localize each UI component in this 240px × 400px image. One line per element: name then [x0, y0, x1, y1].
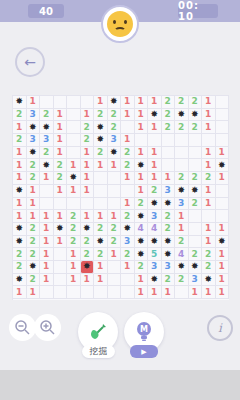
cell-r3c12[interactable]: 2 [162, 121, 176, 134]
cell-r15c13[interactable]: 2 [175, 274, 189, 287]
cell-r12c10[interactable]: ✸ [135, 236, 149, 249]
mine-icon: ✸ [164, 237, 172, 246]
cell-r14c3[interactable]: 1 [40, 261, 54, 274]
cell-r10c7[interactable]: 1 [94, 210, 108, 223]
cell-r4c6[interactable]: 2 [81, 134, 95, 147]
cell-r7c3[interactable]: 1 [40, 172, 54, 185]
cell-r11c1[interactable]: ✸ [13, 223, 27, 236]
cell-r3c10[interactable]: 1 [135, 121, 149, 134]
cell-r14c2[interactable]: ✸ [27, 261, 41, 274]
back-button[interactable]: ← [15, 47, 45, 77]
cell-r12c13[interactable]: 2 [175, 236, 189, 249]
cell-r5c10[interactable]: 1 [135, 147, 149, 160]
cell-r9c15[interactable]: 1 [202, 198, 216, 211]
cell-r16c10[interactable]: 1 [135, 286, 149, 299]
cell-r9c9[interactable]: 1 [121, 198, 135, 211]
mine-icon: ✸ [42, 161, 50, 170]
cell-r6c14[interactable] [189, 159, 203, 172]
cell-r9c16[interactable] [216, 198, 230, 211]
cell-r2c14[interactable]: ✸ [189, 109, 203, 122]
cell-r15c10[interactable]: 1 [135, 274, 149, 287]
cell-r7c4[interactable]: 2 [54, 172, 68, 185]
cell-r1c13[interactable]: 2 [175, 96, 189, 109]
cell-r2c7[interactable]: 2 [94, 109, 108, 122]
cell-r8c6[interactable]: 1 [81, 185, 95, 198]
mine-icon: ✸ [137, 250, 145, 259]
cell-r11c16[interactable]: 1 [216, 223, 230, 236]
cell-r15c6[interactable]: 1 [81, 274, 95, 287]
cell-r10c14[interactable] [189, 210, 203, 223]
cell-r6c2[interactable]: 2 [27, 159, 41, 172]
cell-r10c1[interactable]: 1 [13, 210, 27, 223]
cell-r10c2[interactable]: 1 [27, 210, 41, 223]
cell-r10c10[interactable]: ✸ [135, 210, 149, 223]
back-arrow-icon: ← [24, 54, 36, 70]
cell-r9c6[interactable] [81, 198, 95, 211]
cell-r4c2[interactable]: 3 [27, 134, 41, 147]
dig-label: 挖掘 [90, 345, 108, 358]
timer-badge: 00: 10 [178, 4, 218, 18]
cell-r9c12[interactable]: ✸ [162, 198, 176, 211]
cell-r3c15[interactable]: 1 [202, 121, 216, 134]
cell-r3c13[interactable]: 2 [175, 121, 189, 134]
cell-r7c11[interactable]: 1 [148, 172, 162, 185]
dig-label-pill: 挖掘 [82, 345, 115, 358]
cell-r2c12[interactable]: 2 [162, 109, 176, 122]
cell-r10c3[interactable]: 1 [40, 210, 54, 223]
cell-r13c10[interactable]: ✸ [135, 248, 149, 261]
cell-r1c11[interactable]: 1 [148, 96, 162, 109]
cell-r15c3[interactable]: 1 [40, 274, 54, 287]
cell-r8c15[interactable]: 1 [202, 185, 216, 198]
cell-r3c7[interactable]: ✸ [94, 121, 108, 134]
cell-r2c6[interactable]: 1 [81, 109, 95, 122]
cell-r15c1[interactable]: ✸ [13, 274, 27, 287]
mine-icon: ✸ [150, 237, 158, 246]
zoom-out-icon [14, 319, 31, 336]
cell-r7c14[interactable]: 2 [189, 172, 203, 185]
cell-r2c15[interactable]: 1 [202, 109, 216, 122]
cell-r11c10[interactable]: 4 [135, 223, 149, 236]
cell-r12c16[interactable]: ✸ [216, 236, 230, 249]
cell-r14c16[interactable]: 1 [216, 261, 230, 274]
mine-icon: ✸ [15, 224, 23, 233]
cell-r16c9[interactable] [121, 286, 135, 299]
cell-r11c8[interactable]: 2 [108, 223, 122, 236]
mine-icon: ✸ [96, 123, 104, 132]
mine-counter-badge: 40 [28, 4, 64, 18]
cell-r11c12[interactable]: 2 [162, 223, 176, 236]
cell-r1c1[interactable]: ✸ [13, 96, 27, 109]
timer-value: 00: 10 [178, 0, 218, 22]
cell-r3c8[interactable]: 2 [108, 121, 122, 134]
cell-r15c14[interactable]: 3 [189, 274, 203, 287]
cell-r3c5[interactable] [67, 121, 81, 134]
cell-r6c10[interactable]: ✸ [135, 159, 149, 172]
mine-icon: ✸ [110, 148, 118, 157]
cell-r3c14[interactable]: 2 [189, 121, 203, 134]
cell-r4c3[interactable]: 3 [40, 134, 54, 147]
cell-r1c5[interactable] [67, 96, 81, 109]
cell-r14c12[interactable]: 3 [162, 261, 176, 274]
zoom-in-button[interactable] [34, 314, 61, 341]
cell-r4c15[interactable] [202, 134, 216, 147]
cell-r14c7[interactable]: 1 [94, 261, 108, 274]
cell-r2c8[interactable]: 2 [108, 109, 122, 122]
cell-r12c2[interactable]: 2 [27, 236, 41, 249]
cell-r16c2[interactable]: 1 [27, 286, 41, 299]
cell-r12c8[interactable]: 2 [108, 236, 122, 249]
cell-r12c7[interactable]: ✸ [94, 236, 108, 249]
mine-icon: ✸ [83, 262, 91, 271]
cell-r7c13[interactable]: 2 [175, 172, 189, 185]
face-eye-left [113, 20, 116, 24]
cell-r7c2[interactable]: 2 [27, 172, 41, 185]
cell-r16c11[interactable]: 1 [148, 286, 162, 299]
cell-r2c9[interactable]: 1 [121, 109, 135, 122]
cell-r1c14[interactable]: 2 [189, 96, 203, 109]
cell-r6c15[interactable]: 1 [202, 159, 216, 172]
cell-r9c4[interactable] [54, 198, 68, 211]
cell-r15c15[interactable]: ✸ [202, 274, 216, 287]
cell-r11c6[interactable]: ✸ [81, 223, 95, 236]
cell-r1c7[interactable]: 1 [94, 96, 108, 109]
cell-r16c6[interactable] [81, 286, 95, 299]
cell-r14c4[interactable] [54, 261, 68, 274]
cell-r2c5[interactable] [67, 109, 81, 122]
cell-r11c2[interactable]: 2 [27, 223, 41, 236]
mine-icon: ✸ [29, 123, 37, 132]
cell-r5c1[interactable]: 1 [13, 147, 27, 160]
cell-r8c8[interactable] [108, 185, 122, 198]
cell-r13c1[interactable]: 2 [13, 248, 27, 261]
cell-r1c16[interactable] [216, 96, 230, 109]
cell-r9c13[interactable]: 3 [175, 198, 189, 211]
cell-r16c15[interactable]: 1 [202, 286, 216, 299]
cell-r5c16[interactable]: 1 [216, 147, 230, 160]
cell-r16c12[interactable]: 1 [162, 286, 176, 299]
cell-r4c5[interactable] [67, 134, 81, 147]
cell-r13c5[interactable]: 1 [67, 248, 81, 261]
cell-r6c4[interactable]: 2 [54, 159, 68, 172]
cell-r7c10[interactable]: 1 [135, 172, 149, 185]
cell-r4c4[interactable]: 1 [54, 134, 68, 147]
mine-icon: ✸ [150, 275, 158, 284]
cell-r16c7[interactable] [94, 286, 108, 299]
cell-r15c9[interactable] [121, 274, 135, 287]
mine-icon: ✸ [69, 173, 77, 182]
cell-r11c15[interactable]: 1 [202, 223, 216, 236]
cell-r13c9[interactable]: 2 [121, 248, 135, 261]
cell-r8c16[interactable] [216, 185, 230, 198]
hint-bulb-icon: M [132, 320, 156, 344]
cell-r12c5[interactable]: 2 [67, 236, 81, 249]
cell-r9c7[interactable] [94, 198, 108, 211]
cell-r1c3[interactable] [40, 96, 54, 109]
cell-r11c5[interactable]: 2 [67, 223, 81, 236]
cell-r4c16[interactable] [216, 134, 230, 147]
cell-r10c16[interactable] [216, 210, 230, 223]
cell-r6c6[interactable]: 1 [81, 159, 95, 172]
mine-icon: ✸ [15, 97, 23, 106]
cell-r9c1[interactable]: 1 [13, 198, 27, 211]
cell-r6c1[interactable]: 1 [13, 159, 27, 172]
cell-r1c4[interactable] [54, 96, 68, 109]
info-button[interactable]: i [207, 315, 233, 341]
cell-r7c16[interactable]: 1 [216, 172, 230, 185]
cell-r2c4[interactable]: 1 [54, 109, 68, 122]
cell-r15c2[interactable]: 2 [27, 274, 41, 287]
cell-r14c5[interactable]: 1 [67, 261, 81, 274]
cell-r11c11[interactable]: 4 [148, 223, 162, 236]
cell-r11c3[interactable]: 1 [40, 223, 54, 236]
cell-r2c11[interactable]: ✸ [148, 109, 162, 122]
cell-r2c2[interactable]: 3 [27, 109, 41, 122]
cell-r4c14[interactable] [189, 134, 203, 147]
cell-r3c11[interactable]: 1 [148, 121, 162, 134]
cell-r8c13[interactable]: ✸ [175, 185, 189, 198]
cell-r1c15[interactable]: 1 [202, 96, 216, 109]
mine-icon: ✸ [137, 161, 145, 170]
cell-r12c9[interactable]: 3 [121, 236, 135, 249]
sad-face-icon [107, 11, 133, 37]
cell-r5c7[interactable]: 2 [94, 147, 108, 160]
cell-r11c9[interactable]: ✸ [121, 223, 135, 236]
cell-r3c4[interactable]: 1 [54, 121, 68, 134]
cell-r10c8[interactable]: 1 [108, 210, 122, 223]
cell-r15c7[interactable]: 1 [94, 274, 108, 287]
cell-r16c1[interactable]: 1 [13, 286, 27, 299]
cell-r10c13[interactable]: 1 [175, 210, 189, 223]
cell-r13c13[interactable]: 4 [175, 248, 189, 261]
shovel-icon [86, 320, 110, 344]
cell-r8c7[interactable] [94, 185, 108, 198]
mine-icon: ✸ [164, 199, 172, 208]
cell-r5c11[interactable]: 1 [148, 147, 162, 160]
cell-r9c11[interactable]: ✸ [148, 198, 162, 211]
cell-r14c8[interactable] [108, 261, 122, 274]
cell-r7c9[interactable]: 1 [121, 172, 135, 185]
cell-r16c16[interactable]: 1 [216, 286, 230, 299]
cell-r16c5[interactable] [67, 286, 81, 299]
cell-r9c2[interactable]: 1 [27, 198, 41, 211]
cell-r13c2[interactable]: 2 [27, 248, 41, 261]
mine-icon: ✸ [204, 275, 212, 284]
cell-r3c16[interactable] [216, 121, 230, 134]
cell-r12c6[interactable]: 2 [81, 236, 95, 249]
cell-r3c1[interactable]: 1 [13, 121, 27, 134]
cell-r5c3[interactable]: 2 [40, 147, 54, 160]
cell-r4c8[interactable]: 3 [108, 134, 122, 147]
cell-r12c1[interactable]: ✸ [13, 236, 27, 249]
cell-r4c10[interactable] [135, 134, 149, 147]
mine-icon: ✸ [177, 186, 185, 195]
zoom-in-icon [39, 319, 56, 336]
cell-r7c8[interactable] [108, 172, 122, 185]
face-eye-right [124, 20, 127, 24]
cell-r13c15[interactable]: 2 [202, 248, 216, 261]
cell-r1c8[interactable]: ✸ [108, 96, 122, 109]
cell-r15c4[interactable] [54, 274, 68, 287]
cell-r13c12[interactable]: ✸ [162, 248, 176, 261]
cell-r6c9[interactable]: 2 [121, 159, 135, 172]
cell-r13c7[interactable]: 2 [94, 248, 108, 261]
cell-r8c12[interactable]: 3 [162, 185, 176, 198]
cell-r1c10[interactable]: 1 [135, 96, 149, 109]
cell-r14c10[interactable]: 2 [135, 261, 149, 274]
cell-r14c6[interactable]: ✸ [81, 261, 95, 274]
cell-r13c8[interactable]: 1 [108, 248, 122, 261]
cell-r5c9[interactable]: 2 [121, 147, 135, 160]
cell-r16c4[interactable] [54, 286, 68, 299]
cell-r11c4[interactable]: ✸ [54, 223, 68, 236]
cell-r1c9[interactable]: 1 [121, 96, 135, 109]
cell-r11c14[interactable] [189, 223, 203, 236]
hint-ad-play-button[interactable]: ▶ [130, 345, 158, 358]
cell-r13c16[interactable]: 1 [216, 248, 230, 261]
mine-icon: ✸ [42, 123, 50, 132]
cell-r2c3[interactable]: 2 [40, 109, 54, 122]
cell-r8c1[interactable]: ✸ [13, 185, 27, 198]
cell-r14c11[interactable]: 3 [148, 261, 162, 274]
cell-r10c12[interactable]: 2 [162, 210, 176, 223]
cell-r5c15[interactable]: 1 [202, 147, 216, 160]
cell-r8c4[interactable]: 1 [54, 185, 68, 198]
cell-r8c2[interactable]: 1 [27, 185, 41, 198]
cell-r3c9[interactable] [121, 121, 135, 134]
cell-r14c9[interactable]: 1 [121, 261, 135, 274]
cell-r14c14[interactable]: ✸ [189, 261, 203, 274]
cell-r6c8[interactable]: 1 [108, 159, 122, 172]
cell-r7c12[interactable]: 1 [162, 172, 176, 185]
cell-r2c1[interactable]: 2 [13, 109, 27, 122]
cell-r1c12[interactable]: 2 [162, 96, 176, 109]
cell-r16c8[interactable] [108, 286, 122, 299]
cell-r5c4[interactable]: 1 [54, 147, 68, 160]
cell-r4c1[interactable]: 2 [13, 134, 27, 147]
mine-icon: ✸ [164, 250, 172, 259]
cell-r5c6[interactable]: 1 [81, 147, 95, 160]
cell-r3c6[interactable]: 2 [81, 121, 95, 134]
cell-r13c6[interactable]: 2 [81, 248, 95, 261]
cell-r12c3[interactable]: 1 [40, 236, 54, 249]
cell-r7c1[interactable]: 1 [13, 172, 27, 185]
cell-r10c6[interactable]: 1 [81, 210, 95, 223]
cell-r16c3[interactable] [40, 286, 54, 299]
cell-r7c6[interactable]: 1 [81, 172, 95, 185]
cell-r6c7[interactable]: 1 [94, 159, 108, 172]
cell-r6c5[interactable]: 1 [67, 159, 81, 172]
cell-r13c4[interactable] [54, 248, 68, 261]
cell-r4c12[interactable] [162, 134, 176, 147]
cell-r16c14[interactable]: 1 [189, 286, 203, 299]
cell-r3c3[interactable]: ✸ [40, 121, 54, 134]
cell-r12c12[interactable]: ✸ [162, 236, 176, 249]
mine-icon: ✸ [96, 237, 104, 246]
cell-r14c15[interactable]: 2 [202, 261, 216, 274]
cell-r15c11[interactable]: ✸ [148, 274, 162, 287]
cell-r9c5[interactable] [67, 198, 81, 211]
info-icon: i [218, 321, 222, 335]
cell-r6c3[interactable]: ✸ [40, 159, 54, 172]
cell-r5c5[interactable] [67, 147, 81, 160]
cell-r6c12[interactable] [162, 159, 176, 172]
cell-r2c10[interactable]: 1 [135, 109, 149, 122]
cell-r15c16[interactable]: 1 [216, 274, 230, 287]
mine-icon: ✸ [218, 161, 226, 170]
cell-r4c11[interactable] [148, 134, 162, 147]
cell-r12c11[interactable]: ✸ [148, 236, 162, 249]
cell-r6c16[interactable]: ✸ [216, 159, 230, 172]
cell-r15c12[interactable]: 2 [162, 274, 176, 287]
cell-r5c2[interactable]: ✸ [27, 147, 41, 160]
cell-r9c8[interactable] [108, 198, 122, 211]
cell-r11c13[interactable]: 1 [175, 223, 189, 236]
cell-r7c5[interactable]: ✸ [67, 172, 81, 185]
cell-r8c11[interactable]: 2 [148, 185, 162, 198]
cell-r10c15[interactable] [202, 210, 216, 223]
cell-r14c1[interactable]: 2 [13, 261, 27, 274]
mine-icon: ✸ [150, 110, 158, 119]
cell-r11c7[interactable]: 2 [94, 223, 108, 236]
ad-placeholder-strip [0, 370, 240, 400]
cell-r8c5[interactable]: 1 [67, 185, 81, 198]
cell-r10c4[interactable]: 1 [54, 210, 68, 223]
cell-r4c13[interactable] [175, 134, 189, 147]
cell-r14c13[interactable]: ✸ [175, 261, 189, 274]
cell-r2c16[interactable] [216, 109, 230, 122]
cell-r3c2[interactable]: ✸ [27, 121, 41, 134]
cell-r13c14[interactable]: 2 [189, 248, 203, 261]
cell-r5c8[interactable]: ✸ [108, 147, 122, 160]
cell-r9c10[interactable]: 2 [135, 198, 149, 211]
cell-r10c5[interactable]: 2 [67, 210, 81, 223]
cell-r7c7[interactable] [94, 172, 108, 185]
cell-r5c12[interactable] [162, 147, 176, 160]
cell-r10c9[interactable]: 2 [121, 210, 135, 223]
cell-r5c13[interactable] [175, 147, 189, 160]
cell-r12c14[interactable] [189, 236, 203, 249]
cell-r13c3[interactable]: 1 [40, 248, 54, 261]
cell-r4c9[interactable]: 1 [121, 134, 135, 147]
cell-r9c3[interactable] [40, 198, 54, 211]
cell-r12c15[interactable]: 1 [202, 236, 216, 249]
cell-r12c4[interactable]: 1 [54, 236, 68, 249]
cell-r13c11[interactable]: 5 [148, 248, 162, 261]
cell-r2c13[interactable]: ✸ [175, 109, 189, 122]
cell-r5c14[interactable] [189, 147, 203, 160]
face-restart-button[interactable] [101, 5, 139, 43]
cell-r1c2[interactable]: 1 [27, 96, 41, 109]
cell-r10c11[interactable]: 3 [148, 210, 162, 223]
cell-r8c10[interactable]: 1 [135, 185, 149, 198]
cell-r4c7[interactable]: ✸ [94, 134, 108, 147]
cell-r9c14[interactable]: 2 [189, 198, 203, 211]
mine-icon: ✸ [191, 186, 199, 195]
cell-r1c6[interactable] [81, 96, 95, 109]
cell-r8c14[interactable]: ✸ [189, 185, 203, 198]
cell-r16c13[interactable] [175, 286, 189, 299]
cell-r6c11[interactable]: 1 [148, 159, 162, 172]
cell-r7c15[interactable]: 2 [202, 172, 216, 185]
cell-r8c9[interactable] [121, 185, 135, 198]
zoom-out-button[interactable] [9, 314, 36, 341]
cell-r15c8[interactable] [108, 274, 122, 287]
cell-r8c3[interactable] [40, 185, 54, 198]
cell-r6c13[interactable] [175, 159, 189, 172]
cell-r15c5[interactable]: 1 [67, 274, 81, 287]
svg-text:M: M [140, 325, 148, 334]
